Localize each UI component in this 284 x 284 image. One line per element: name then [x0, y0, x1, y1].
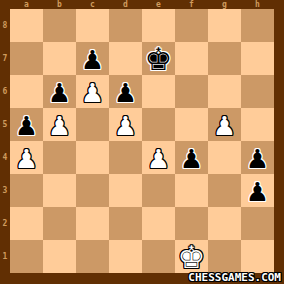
square-h8[interactable] [241, 9, 274, 42]
square-d5[interactable]: ♟ [109, 108, 142, 141]
black-pawn: ♟ [246, 179, 269, 205]
square-d1[interactable] [109, 240, 142, 273]
rank-label-6: 6 [0, 75, 10, 108]
square-e7[interactable]: ♚ [142, 42, 175, 75]
rank-label-5: 5 [0, 108, 10, 141]
square-e6[interactable] [142, 75, 175, 108]
square-f7[interactable] [175, 42, 208, 75]
square-b7[interactable] [43, 42, 76, 75]
black-king: ♚ [145, 44, 173, 75]
square-b6[interactable]: ♟ [43, 75, 76, 108]
chess-board: ♟♚♟♟♟♟♟♟♟♟♟♟♟♟♚ [10, 9, 274, 273]
black-pawn: ♟ [48, 80, 71, 106]
square-a6[interactable] [10, 75, 43, 108]
square-b3[interactable] [43, 174, 76, 207]
rank-label-3: 3 [0, 174, 10, 207]
square-e5[interactable] [142, 108, 175, 141]
file-label-h: h [241, 0, 274, 9]
square-b4[interactable] [43, 141, 76, 174]
square-d4[interactable] [109, 141, 142, 174]
rank-label-1: 1 [0, 240, 10, 273]
file-label-a: a [10, 0, 43, 9]
rank-label-4: 4 [0, 141, 10, 174]
square-c5[interactable] [76, 108, 109, 141]
square-a5[interactable]: ♟ [10, 108, 43, 141]
square-c8[interactable] [76, 9, 109, 42]
black-pawn: ♟ [180, 146, 203, 172]
white-king: ♚ [178, 242, 206, 273]
square-g6[interactable] [208, 75, 241, 108]
file-label-d: d [109, 0, 142, 9]
file-label-f: f [175, 0, 208, 9]
square-h2[interactable] [241, 207, 274, 240]
square-g5[interactable]: ♟ [208, 108, 241, 141]
square-a3[interactable] [10, 174, 43, 207]
white-pawn: ♟ [48, 113, 71, 139]
black-pawn: ♟ [114, 80, 137, 106]
file-labels: abcdefgh [10, 0, 274, 9]
black-pawn: ♟ [15, 113, 38, 139]
square-d8[interactable] [109, 9, 142, 42]
square-c4[interactable] [76, 141, 109, 174]
square-f6[interactable] [175, 75, 208, 108]
square-e4[interactable]: ♟ [142, 141, 175, 174]
square-d7[interactable] [109, 42, 142, 75]
square-g8[interactable] [208, 9, 241, 42]
black-pawn: ♟ [246, 146, 269, 172]
white-pawn: ♟ [114, 113, 137, 139]
square-f2[interactable] [175, 207, 208, 240]
square-b1[interactable] [43, 240, 76, 273]
square-c1[interactable] [76, 240, 109, 273]
square-f4[interactable]: ♟ [175, 141, 208, 174]
rank-labels: 87654321 [0, 9, 10, 273]
square-h4[interactable]: ♟ [241, 141, 274, 174]
square-a7[interactable] [10, 42, 43, 75]
square-e3[interactable] [142, 174, 175, 207]
square-g7[interactable] [208, 42, 241, 75]
square-b2[interactable] [43, 207, 76, 240]
square-b5[interactable]: ♟ [43, 108, 76, 141]
rank-label-2: 2 [0, 207, 10, 240]
square-f5[interactable] [175, 108, 208, 141]
square-h6[interactable] [241, 75, 274, 108]
square-e1[interactable] [142, 240, 175, 273]
file-label-g: g [208, 0, 241, 9]
square-c6[interactable]: ♟ [76, 75, 109, 108]
file-label-e: e [142, 0, 175, 9]
rank-label-8: 8 [0, 9, 10, 42]
white-pawn: ♟ [81, 80, 104, 106]
square-a8[interactable] [10, 9, 43, 42]
square-c3[interactable] [76, 174, 109, 207]
square-a4[interactable]: ♟ [10, 141, 43, 174]
square-g2[interactable] [208, 207, 241, 240]
square-g4[interactable] [208, 141, 241, 174]
square-h5[interactable] [241, 108, 274, 141]
square-a1[interactable] [10, 240, 43, 273]
chessgames-watermark: CHESSGAMES.COM [188, 271, 281, 284]
square-e8[interactable] [142, 9, 175, 42]
square-g3[interactable] [208, 174, 241, 207]
square-d3[interactable] [109, 174, 142, 207]
square-e2[interactable] [142, 207, 175, 240]
white-pawn: ♟ [15, 146, 38, 172]
square-h3[interactable]: ♟ [241, 174, 274, 207]
square-h1[interactable] [241, 240, 274, 273]
rank-label-7: 7 [0, 42, 10, 75]
square-g1[interactable] [208, 240, 241, 273]
chess-board-frame: abcdefgh 87654321 ♟♚♟♟♟♟♟♟♟♟♟♟♟♟♚ CHESSG… [0, 0, 284, 284]
file-label-b: b [43, 0, 76, 9]
square-f8[interactable] [175, 9, 208, 42]
square-c2[interactable] [76, 207, 109, 240]
square-f1[interactable]: ♚ [175, 240, 208, 273]
square-b8[interactable] [43, 9, 76, 42]
white-pawn: ♟ [213, 113, 236, 139]
square-d2[interactable] [109, 207, 142, 240]
square-h7[interactable] [241, 42, 274, 75]
white-pawn: ♟ [147, 146, 170, 172]
black-pawn: ♟ [81, 47, 104, 73]
square-f3[interactable] [175, 174, 208, 207]
file-label-c: c [76, 0, 109, 9]
square-a2[interactable] [10, 207, 43, 240]
square-d6[interactable]: ♟ [109, 75, 142, 108]
square-c7[interactable]: ♟ [76, 42, 109, 75]
